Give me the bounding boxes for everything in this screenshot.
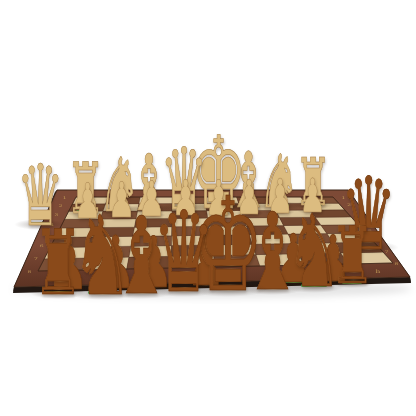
square-a7[interactable] <box>44 247 90 259</box>
square-g8[interactable] <box>298 253 348 265</box>
square-g7[interactable] <box>293 243 341 254</box>
square-c1[interactable] <box>139 197 172 204</box>
square-b2[interactable] <box>103 204 139 211</box>
square-f1[interactable] <box>237 197 273 203</box>
square-e1[interactable] <box>205 197 239 204</box>
file-label-c: c <box>141 274 146 279</box>
square-g5[interactable] <box>284 225 327 234</box>
rank-label-right-2: 2 <box>347 202 351 206</box>
square-f5[interactable] <box>246 226 288 235</box>
square-d4[interactable] <box>172 218 209 227</box>
square-g2[interactable] <box>272 203 310 210</box>
square-d2[interactable] <box>172 204 207 211</box>
file-label-a: a <box>47 276 52 281</box>
square-c2[interactable] <box>138 204 173 211</box>
square-f8[interactable] <box>256 254 304 266</box>
square-d7[interactable] <box>171 245 213 256</box>
square-c7[interactable] <box>129 246 172 258</box>
square-c4[interactable] <box>135 218 172 227</box>
square-a6[interactable] <box>50 237 94 248</box>
rank-label-left-4: 4 <box>50 222 54 226</box>
rank-label-left-2: 2 <box>59 203 63 207</box>
square-f7[interactable] <box>253 244 299 255</box>
square-b4[interactable] <box>97 219 136 228</box>
square-e8[interactable] <box>214 255 260 267</box>
square-a1[interactable] <box>73 197 109 204</box>
square-b8[interactable] <box>82 257 129 270</box>
square-b1[interactable] <box>106 197 141 204</box>
square-a3[interactable] <box>65 211 104 219</box>
rank-label-left-1: 1 <box>63 195 67 199</box>
rank-label-left-5: 5 <box>45 232 49 236</box>
rank-label-right-8: 8 <box>394 261 398 265</box>
square-d6[interactable] <box>172 235 213 245</box>
chessboard: abcdefgh8877665544332211 <box>0 0 416 416</box>
square-f6[interactable] <box>249 234 293 244</box>
square-c6[interactable] <box>131 236 172 246</box>
square-e5[interactable] <box>209 226 249 235</box>
square-g6[interactable] <box>288 234 333 244</box>
square-g3[interactable] <box>276 210 316 218</box>
square-e2[interactable] <box>206 203 242 210</box>
rank-label-right-5: 5 <box>368 228 372 232</box>
rank-label-left-7: 7 <box>34 256 38 260</box>
square-f4[interactable] <box>244 218 284 226</box>
square-c5[interactable] <box>133 227 172 237</box>
rank-label-left-8: 8 <box>27 270 31 274</box>
square-d8[interactable] <box>171 255 215 268</box>
square-e7[interactable] <box>212 244 256 255</box>
square-b6[interactable] <box>91 236 133 247</box>
square-c3[interactable] <box>136 211 172 219</box>
file-label-g: g <box>329 269 334 275</box>
square-h3[interactable] <box>310 210 351 217</box>
file-label-b: b <box>94 275 99 280</box>
square-g4[interactable] <box>280 217 321 225</box>
square-f3[interactable] <box>241 210 279 218</box>
file-label-d: d <box>188 273 193 278</box>
file-label-h: h <box>376 268 381 273</box>
rank-label-right-4: 4 <box>360 219 364 223</box>
square-d1[interactable] <box>172 197 205 204</box>
square-f2[interactable] <box>239 203 276 210</box>
square-a2[interactable] <box>69 204 106 212</box>
square-a4[interactable] <box>60 219 100 228</box>
square-a8[interactable] <box>38 258 87 271</box>
square-e6[interactable] <box>211 235 253 245</box>
square-e3[interactable] <box>207 210 244 218</box>
rank-label-left-3: 3 <box>55 212 59 216</box>
rank-label-right-1: 1 <box>341 195 345 199</box>
square-a5[interactable] <box>55 228 97 238</box>
file-label-e: e <box>235 271 240 276</box>
square-b7[interactable] <box>87 246 131 258</box>
rank-label-right-6: 6 <box>376 238 380 242</box>
rank-label-right-3: 3 <box>354 210 358 214</box>
square-c8[interactable] <box>127 256 172 269</box>
square-d3[interactable] <box>172 211 208 219</box>
square-h1[interactable] <box>301 197 339 203</box>
square-e4[interactable] <box>208 218 247 227</box>
square-d5[interactable] <box>172 226 211 236</box>
rank-label-left-6: 6 <box>40 244 44 248</box>
chess-scene: abcdefgh8877665544332211 ♜♝♞♚♛♝♞♟♜♟♟♟♟♟♟… <box>0 0 416 416</box>
square-b3[interactable] <box>100 211 137 219</box>
square-g1[interactable] <box>269 197 306 203</box>
square-b5[interactable] <box>94 227 135 237</box>
rank-label-right-7: 7 <box>385 249 389 253</box>
square-h2[interactable] <box>305 203 344 210</box>
